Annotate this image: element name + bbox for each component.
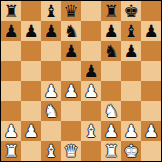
square-g7[interactable]: ♝ — [121, 21, 141, 41]
white-knight[interactable]: ♞ — [103, 101, 118, 121]
square-g8[interactable]: ♚ — [121, 1, 141, 21]
square-h5[interactable] — [141, 61, 161, 81]
square-b2[interactable]: ♟ — [21, 121, 41, 141]
square-d5[interactable] — [61, 61, 81, 81]
white-bishop[interactable]: ♝ — [43, 141, 58, 161]
square-d6[interactable]: ♟ — [61, 41, 81, 61]
square-f2[interactable]: ♟ — [101, 121, 121, 141]
square-c6[interactable] — [41, 41, 61, 61]
square-c2[interactable] — [41, 121, 61, 141]
white-king[interactable]: ♚ — [123, 141, 138, 161]
square-c7[interactable]: ♟ — [41, 21, 61, 41]
square-f6[interactable]: ♞ — [101, 41, 121, 61]
white-rook[interactable]: ♜ — [3, 141, 18, 161]
black-rook[interactable]: ♜ — [3, 1, 18, 21]
board-frame: ♜♝♛♜♚♟♟♟♞♟♝♟♟♞♟♟♟♟♟♞♞♟♟♝♟♟♟♜♝♛♜♚ — [0, 0, 162, 162]
square-b5[interactable] — [21, 61, 41, 81]
black-queen[interactable]: ♛ — [63, 1, 78, 21]
square-e2[interactable]: ♝ — [81, 121, 101, 141]
square-b8[interactable] — [21, 1, 41, 21]
black-king[interactable]: ♚ — [123, 1, 138, 21]
square-e7[interactable] — [81, 21, 101, 41]
square-c5[interactable] — [41, 61, 61, 81]
square-f7[interactable]: ♟ — [101, 21, 121, 41]
square-a4[interactable] — [1, 81, 21, 101]
black-rook[interactable]: ♜ — [103, 1, 118, 21]
square-f1[interactable]: ♜ — [101, 141, 121, 161]
square-b1[interactable] — [21, 141, 41, 161]
square-a6[interactable] — [1, 41, 21, 61]
black-pawn[interactable]: ♟ — [123, 41, 138, 61]
square-g1[interactable]: ♚ — [121, 141, 141, 161]
square-f3[interactable]: ♞ — [101, 101, 121, 121]
white-pawn[interactable]: ♟ — [63, 81, 78, 101]
chess-board: ♜♝♛♜♚♟♟♟♞♟♝♟♟♞♟♟♟♟♟♞♞♟♟♝♟♟♟♜♝♛♜♚ — [1, 1, 161, 161]
black-pawn[interactable]: ♟ — [63, 41, 78, 61]
square-a3[interactable] — [1, 101, 21, 121]
square-b4[interactable] — [21, 81, 41, 101]
white-pawn[interactable]: ♟ — [43, 81, 58, 101]
white-rook[interactable]: ♜ — [103, 141, 118, 161]
square-e6[interactable] — [81, 41, 101, 61]
square-h7[interactable]: ♟ — [141, 21, 161, 41]
square-d4[interactable]: ♟ — [61, 81, 81, 101]
square-g4[interactable] — [121, 81, 141, 101]
white-pawn[interactable]: ♟ — [123, 121, 138, 141]
square-e4[interactable]: ♟ — [81, 81, 101, 101]
white-knight[interactable]: ♞ — [43, 101, 58, 121]
square-e3[interactable] — [81, 101, 101, 121]
black-knight[interactable]: ♞ — [103, 41, 118, 61]
square-f4[interactable] — [101, 81, 121, 101]
black-pawn[interactable]: ♟ — [43, 21, 58, 41]
square-f5[interactable] — [101, 61, 121, 81]
black-knight[interactable]: ♞ — [63, 21, 78, 41]
black-bishop[interactable]: ♝ — [43, 1, 58, 21]
square-c1[interactable]: ♝ — [41, 141, 61, 161]
square-d3[interactable] — [61, 101, 81, 121]
square-a7[interactable]: ♟ — [1, 21, 21, 41]
square-g2[interactable]: ♟ — [121, 121, 141, 141]
square-h3[interactable] — [141, 101, 161, 121]
square-b7[interactable]: ♟ — [21, 21, 41, 41]
black-pawn[interactable]: ♟ — [143, 21, 158, 41]
square-g5[interactable] — [121, 61, 141, 81]
white-pawn[interactable]: ♟ — [83, 81, 98, 101]
white-pawn[interactable]: ♟ — [3, 121, 18, 141]
square-a2[interactable]: ♟ — [1, 121, 21, 141]
square-e5[interactable]: ♟ — [81, 61, 101, 81]
square-b6[interactable] — [21, 41, 41, 61]
black-pawn[interactable]: ♟ — [83, 61, 98, 81]
square-a8[interactable]: ♜ — [1, 1, 21, 21]
white-pawn[interactable]: ♟ — [103, 121, 118, 141]
square-g3[interactable] — [121, 101, 141, 121]
white-pawn[interactable]: ♟ — [143, 121, 158, 141]
square-h1[interactable] — [141, 141, 161, 161]
black-pawn[interactable]: ♟ — [3, 21, 18, 41]
square-c4[interactable]: ♟ — [41, 81, 61, 101]
black-bishop[interactable]: ♝ — [123, 21, 138, 41]
square-e8[interactable] — [81, 1, 101, 21]
square-c3[interactable]: ♞ — [41, 101, 61, 121]
black-pawn[interactable]: ♟ — [23, 21, 38, 41]
square-a1[interactable]: ♜ — [1, 141, 21, 161]
square-a5[interactable] — [1, 61, 21, 81]
square-f8[interactable]: ♜ — [101, 1, 121, 21]
square-b3[interactable] — [21, 101, 41, 121]
square-h4[interactable] — [141, 81, 161, 101]
square-h8[interactable] — [141, 1, 161, 21]
white-bishop[interactable]: ♝ — [83, 121, 98, 141]
square-e1[interactable] — [81, 141, 101, 161]
square-d1[interactable]: ♛ — [61, 141, 81, 161]
square-g6[interactable]: ♟ — [121, 41, 141, 61]
square-d7[interactable]: ♞ — [61, 21, 81, 41]
black-pawn[interactable]: ♟ — [103, 21, 118, 41]
white-queen[interactable]: ♛ — [63, 141, 78, 161]
square-d8[interactable]: ♛ — [61, 1, 81, 21]
white-pawn[interactable]: ♟ — [23, 121, 38, 141]
square-c8[interactable]: ♝ — [41, 1, 61, 21]
square-h6[interactable] — [141, 41, 161, 61]
square-h2[interactable]: ♟ — [141, 121, 161, 141]
square-d2[interactable] — [61, 121, 81, 141]
